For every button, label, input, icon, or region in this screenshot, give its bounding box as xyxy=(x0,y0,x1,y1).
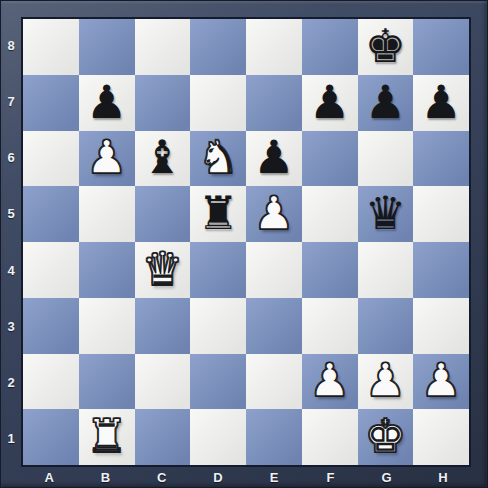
piece-white-king[interactable]: ♚ xyxy=(365,413,406,459)
square-c7[interactable] xyxy=(135,75,191,131)
square-f5[interactable] xyxy=(302,186,358,242)
square-d2[interactable] xyxy=(190,354,246,410)
rank-label-2: 2 xyxy=(1,355,21,411)
square-h4[interactable] xyxy=(413,242,469,298)
file-label-e: E xyxy=(246,467,302,488)
square-c3[interactable] xyxy=(135,298,191,354)
square-b5[interactable] xyxy=(79,186,135,242)
square-f6[interactable] xyxy=(302,131,358,187)
square-e6[interactable]: ♟ xyxy=(246,131,302,187)
piece-white-pawn[interactable]: ♟ xyxy=(86,134,127,180)
rank-label-6: 6 xyxy=(1,130,21,186)
file-label-a: A xyxy=(21,467,77,488)
square-g3[interactable] xyxy=(358,298,414,354)
piece-white-pawn[interactable]: ♟ xyxy=(365,357,406,403)
square-h6[interactable] xyxy=(413,131,469,187)
piece-black-queen[interactable]: ♛ xyxy=(365,190,406,236)
piece-black-pawn[interactable]: ♟ xyxy=(309,79,350,125)
square-d6[interactable]: ♞ xyxy=(190,131,246,187)
square-h8[interactable] xyxy=(413,19,469,75)
square-b6[interactable]: ♟ xyxy=(79,131,135,187)
square-c4[interactable]: ♛ xyxy=(135,242,191,298)
rank-label-7: 7 xyxy=(1,73,21,129)
square-b1[interactable]: ♜ xyxy=(79,409,135,465)
square-a3[interactable] xyxy=(23,298,79,354)
square-g7[interactable]: ♟ xyxy=(358,75,414,131)
square-a6[interactable] xyxy=(23,131,79,187)
square-h1[interactable] xyxy=(413,409,469,465)
square-e5[interactable]: ♟ xyxy=(246,186,302,242)
square-g6[interactable] xyxy=(358,131,414,187)
piece-black-rook[interactable]: ♜ xyxy=(198,190,239,236)
square-f2[interactable]: ♟ xyxy=(302,354,358,410)
rank-label-4: 4 xyxy=(1,242,21,298)
square-g5[interactable]: ♛ xyxy=(358,186,414,242)
board: ♚♟♟♟♟♟♝♞♟♜♟♛♛♟♟♟♜♚ xyxy=(21,17,471,467)
square-f7[interactable]: ♟ xyxy=(302,75,358,131)
square-a4[interactable] xyxy=(23,242,79,298)
square-g1[interactable]: ♚ xyxy=(358,409,414,465)
file-label-d: D xyxy=(190,467,246,488)
square-d4[interactable] xyxy=(190,242,246,298)
piece-black-pawn[interactable]: ♟ xyxy=(421,79,462,125)
square-h2[interactable]: ♟ xyxy=(413,354,469,410)
square-b2[interactable] xyxy=(79,354,135,410)
file-labels: ABCDEFGH xyxy=(21,467,471,488)
square-b8[interactable] xyxy=(79,19,135,75)
piece-black-bishop[interactable]: ♝ xyxy=(142,134,183,180)
square-f1[interactable] xyxy=(302,409,358,465)
square-e1[interactable] xyxy=(246,409,302,465)
square-c5[interactable] xyxy=(135,186,191,242)
square-g8[interactable]: ♚ xyxy=(358,19,414,75)
square-a7[interactable] xyxy=(23,75,79,131)
rank-labels: 87654321 xyxy=(1,17,21,467)
piece-white-pawn[interactable]: ♟ xyxy=(309,357,350,403)
square-e4[interactable] xyxy=(246,242,302,298)
square-f8[interactable] xyxy=(302,19,358,75)
square-d5[interactable]: ♜ xyxy=(190,186,246,242)
square-c1[interactable] xyxy=(135,409,191,465)
square-f4[interactable] xyxy=(302,242,358,298)
square-a8[interactable] xyxy=(23,19,79,75)
square-a1[interactable] xyxy=(23,409,79,465)
square-b4[interactable] xyxy=(79,242,135,298)
file-label-g: G xyxy=(359,467,415,488)
piece-black-pawn[interactable]: ♟ xyxy=(253,134,294,180)
square-c6[interactable]: ♝ xyxy=(135,131,191,187)
square-a5[interactable] xyxy=(23,186,79,242)
square-a2[interactable] xyxy=(23,354,79,410)
file-label-h: H xyxy=(415,467,471,488)
square-f3[interactable] xyxy=(302,298,358,354)
rank-label-3: 3 xyxy=(1,298,21,354)
square-e2[interactable] xyxy=(246,354,302,410)
rank-label-8: 8 xyxy=(1,17,21,73)
square-g4[interactable] xyxy=(358,242,414,298)
rank-label-1: 1 xyxy=(1,411,21,467)
chess-diagram: 87654321 ♚♟♟♟♟♟♝♞♟♜♟♛♛♟♟♟♜♚ ABCDEFGH xyxy=(0,0,488,488)
file-label-f: F xyxy=(302,467,358,488)
piece-white-queen[interactable]: ♛ xyxy=(142,246,183,292)
square-e8[interactable] xyxy=(246,19,302,75)
square-b7[interactable]: ♟ xyxy=(79,75,135,131)
piece-black-pawn[interactable]: ♟ xyxy=(365,79,406,125)
square-b3[interactable] xyxy=(79,298,135,354)
piece-white-knight[interactable]: ♞ xyxy=(198,134,239,180)
square-d7[interactable] xyxy=(190,75,246,131)
piece-black-king[interactable]: ♚ xyxy=(365,23,406,69)
square-d1[interactable] xyxy=(190,409,246,465)
square-g2[interactable]: ♟ xyxy=(358,354,414,410)
square-h5[interactable] xyxy=(413,186,469,242)
square-h3[interactable] xyxy=(413,298,469,354)
piece-white-pawn[interactable]: ♟ xyxy=(253,190,294,236)
file-label-b: B xyxy=(77,467,133,488)
square-e3[interactable] xyxy=(246,298,302,354)
square-d3[interactable] xyxy=(190,298,246,354)
file-label-c: C xyxy=(134,467,190,488)
square-h7[interactable]: ♟ xyxy=(413,75,469,131)
square-c2[interactable] xyxy=(135,354,191,410)
rank-label-5: 5 xyxy=(1,186,21,242)
piece-white-pawn[interactable]: ♟ xyxy=(421,357,462,403)
piece-white-rook[interactable]: ♜ xyxy=(86,413,127,459)
square-d8[interactable] xyxy=(190,19,246,75)
piece-black-pawn[interactable]: ♟ xyxy=(86,79,127,125)
square-c8[interactable] xyxy=(135,19,191,75)
square-e7[interactable] xyxy=(246,75,302,131)
